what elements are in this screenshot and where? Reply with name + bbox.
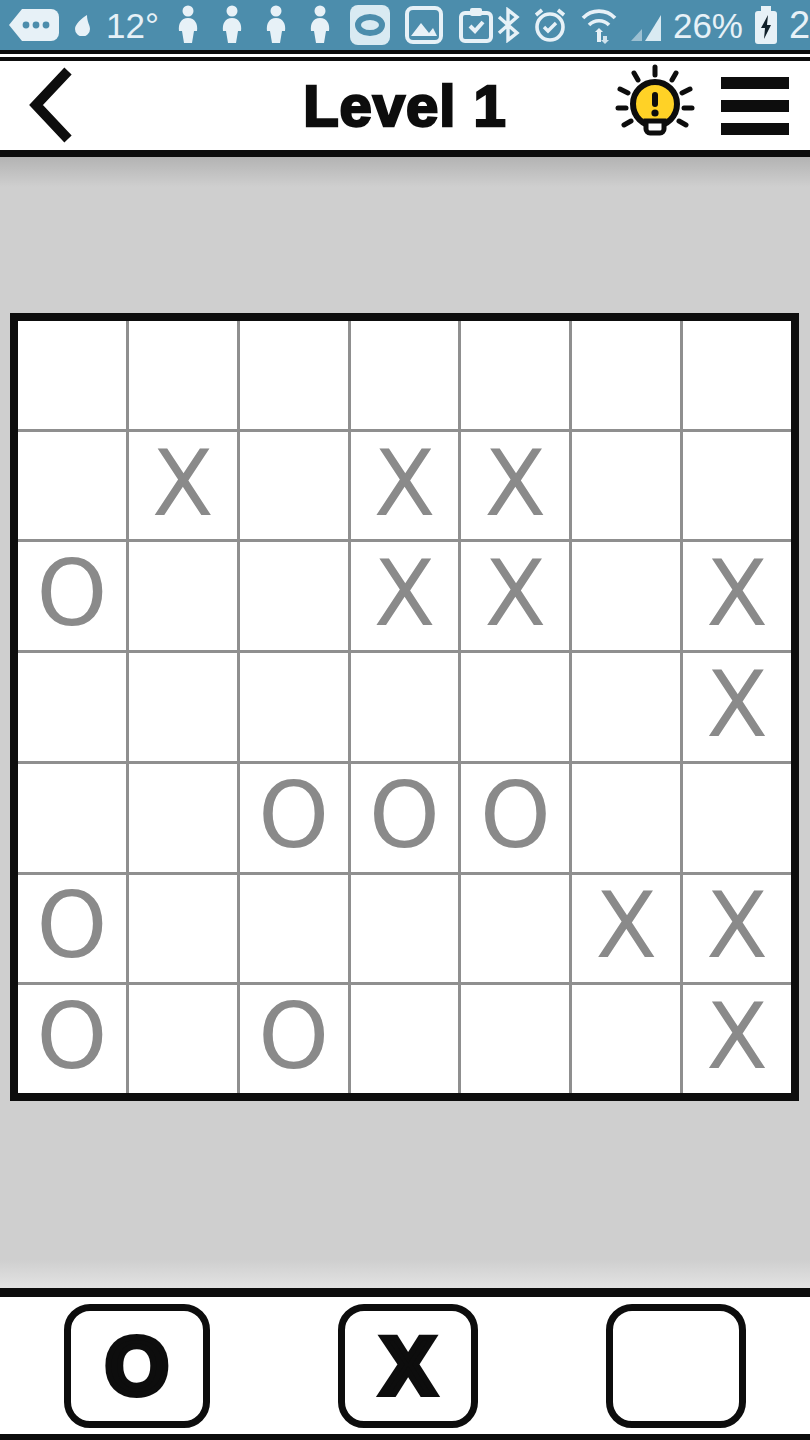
status-left: 12° [8,4,495,46]
status-bar: 12° [0,0,810,50]
x-mark: X [374,549,436,639]
x-button-label: X [381,1325,436,1407]
cell-r3c6[interactable] [572,542,680,650]
temperature-text: 12° [106,8,159,43]
person-icon [305,5,335,45]
chat-bubble-icon [8,8,60,42]
cell-r1c2[interactable] [129,321,237,429]
o-mark: O [369,771,440,861]
toolbar-shadow [0,1260,810,1288]
mark-toolbar: O X [0,1288,810,1440]
o-mark: O [258,771,329,861]
cell-r3c7[interactable]: X [683,542,791,650]
cell-r2c4[interactable]: X [351,432,459,540]
cell-r6c5[interactable] [461,875,569,983]
x-mark: X [706,660,768,750]
cell-r6c7[interactable]: X [683,875,791,983]
cell-r1c6[interactable] [572,321,680,429]
x-mark: X [485,439,547,529]
x-mark: X [706,881,768,971]
cell-r7c5[interactable] [461,985,569,1093]
x-mark: X [595,881,657,971]
cell-r4c3[interactable] [240,653,348,761]
battery-charging-icon [753,5,779,45]
raindrop-icon [74,14,92,36]
cell-r1c5[interactable] [461,321,569,429]
cell-r3c5[interactable]: X [461,542,569,650]
battery-percent-text: 26% [673,8,743,43]
cell-r3c2[interactable] [129,542,237,650]
menu-bar [721,100,789,112]
x-mark: X [706,992,768,1082]
o-mark: O [37,549,108,639]
cell-r5c5[interactable]: O [461,764,569,872]
status-right: 26% 20:51 [495,5,810,45]
cell-r5c7[interactable] [683,764,791,872]
cell-r5c2[interactable] [129,764,237,872]
place-x-button[interactable]: X [338,1304,478,1428]
cell-r3c3[interactable] [240,542,348,650]
cell-r6c4[interactable] [351,875,459,983]
cell-r7c6[interactable] [572,985,680,1093]
cell-r2c2[interactable]: X [129,432,237,540]
cell-r6c2[interactable] [129,875,237,983]
cell-r6c3[interactable] [240,875,348,983]
o-mark: O [480,771,551,861]
cell-r1c4[interactable] [351,321,459,429]
cell-r7c3[interactable]: O [240,985,348,1093]
cell-r2c3[interactable] [240,432,348,540]
cell-r2c6[interactable] [572,432,680,540]
board-frame: XXXOXXXXOOOOXXOOX [10,313,799,1101]
cell-r7c4[interactable] [351,985,459,1093]
cell-r5c4[interactable]: O [351,764,459,872]
cell-r4c6[interactable] [572,653,680,761]
menu-bar [721,123,789,135]
cell-r2c1[interactable] [18,432,126,540]
app-oval-icon [349,4,391,46]
cell-r7c2[interactable] [129,985,237,1093]
app-screen: 12° [0,0,810,1440]
cell-r4c1[interactable] [18,653,126,761]
o-mark: O [258,992,329,1082]
cell-r4c7[interactable]: X [683,653,791,761]
person-icon [173,5,203,45]
puzzle-board: XXXOXXXXOOOOXXOOX [18,321,791,1093]
cell-r1c1[interactable] [18,321,126,429]
o-mark: O [37,992,108,1082]
o-mark: O [37,881,108,971]
cell-r2c5[interactable]: X [461,432,569,540]
erase-button[interactable] [606,1304,746,1428]
signal-strength-icon [629,7,663,43]
clipboard-check-icon [457,5,495,45]
alarm-clock-icon [531,6,569,44]
bluetooth-icon [495,7,521,43]
cell-r1c3[interactable] [240,321,348,429]
cell-r7c1[interactable]: O [18,985,126,1093]
x-mark: X [485,549,547,639]
x-mark: X [152,439,214,529]
cell-r6c1[interactable]: O [18,875,126,983]
person-icon [217,5,247,45]
cell-r4c2[interactable] [129,653,237,761]
x-mark: X [374,439,436,529]
cell-r6c6[interactable]: X [572,875,680,983]
place-o-button[interactable]: O [64,1304,210,1428]
wifi-updown-icon [579,6,619,44]
gallery-icon [405,6,443,44]
menu-bar [721,77,789,89]
x-mark: X [706,549,768,639]
lightbulb-icon [612,63,698,149]
o-button-label: O [105,1325,169,1407]
clock-text: 20:51 [789,6,810,44]
cell-r4c4[interactable] [351,653,459,761]
cell-r5c6[interactable] [572,764,680,872]
cell-r7c7[interactable]: X [683,985,791,1093]
cell-r4c5[interactable] [461,653,569,761]
cell-r2c7[interactable] [683,432,791,540]
person-icon [261,5,291,45]
cell-r5c1[interactable] [18,764,126,872]
cell-r1c7[interactable] [683,321,791,429]
cell-r3c4[interactable]: X [351,542,459,650]
cell-r3c1[interactable]: O [18,542,126,650]
header-shadow [0,157,810,187]
menu-button[interactable] [712,61,798,150]
hint-button[interactable] [610,61,700,150]
cell-r5c3[interactable]: O [240,764,348,872]
header: Level 1 [0,57,810,157]
